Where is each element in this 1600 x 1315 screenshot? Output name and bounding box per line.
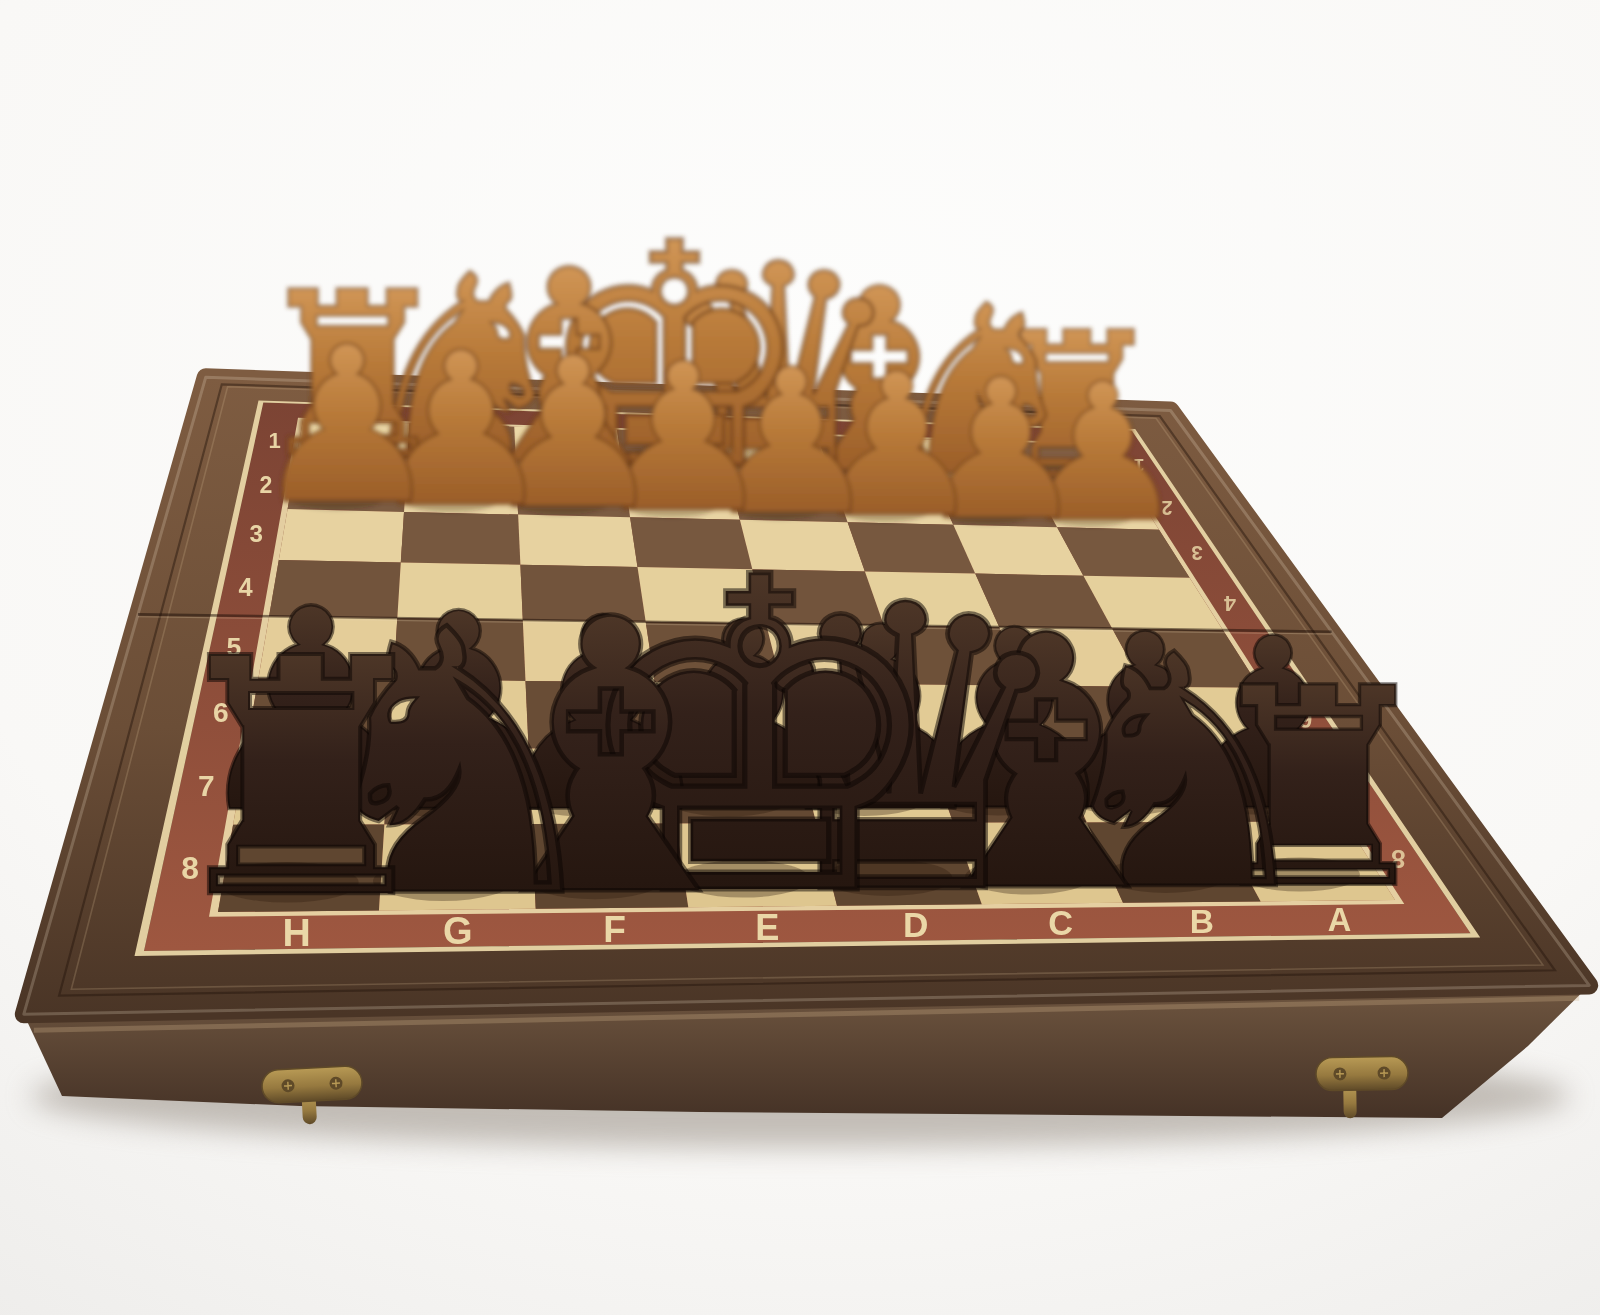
- right-latch-plate: [1316, 1056, 1409, 1091]
- left-latch-plate: [261, 1065, 363, 1103]
- chess-board: HGFEDCBA1234567812345678HGFEDCBA♜♞♝♛♚♝♞♜…: [0, 0, 1600, 1315]
- piece-black-rook-h8: ♜: [154, 589, 448, 970]
- chess-set-photo: HGFEDCBA1234567812345678HGFEDCBA♜♞♝♛♚♝♞♜…: [0, 0, 1600, 1315]
- piece-white-pawn-h2: ♟: [250, 300, 444, 552]
